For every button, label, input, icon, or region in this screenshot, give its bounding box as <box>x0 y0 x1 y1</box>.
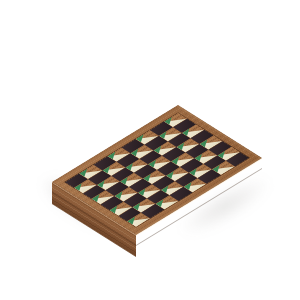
product-photo-scene <box>0 0 300 300</box>
